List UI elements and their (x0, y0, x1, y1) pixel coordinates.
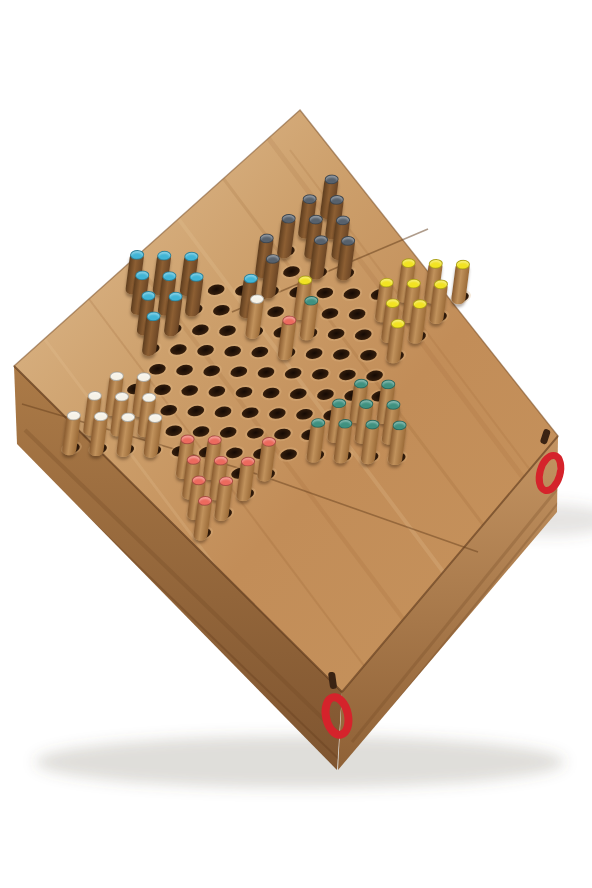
peg-top-green (303, 295, 318, 305)
peg-top-red (240, 456, 255, 466)
peg-top-blue (156, 250, 171, 260)
board-hole (278, 449, 298, 460)
peg-top-green (337, 418, 352, 428)
board-hole (190, 324, 210, 335)
board-hole (288, 388, 308, 399)
board-hole (223, 346, 243, 357)
board-hole (201, 365, 221, 376)
peg-top-green (353, 378, 368, 388)
board-hole (320, 308, 340, 319)
board-hole (331, 349, 351, 360)
peg-top-gray (335, 215, 350, 225)
peg-top-gray (324, 174, 339, 184)
peg-top-green (392, 420, 407, 430)
peg-top-white (136, 372, 151, 382)
board-hole (206, 284, 226, 295)
peg-top-yellow (412, 299, 427, 309)
board-hole (174, 365, 194, 376)
peg-top-white (147, 413, 162, 423)
board-hole (250, 346, 270, 357)
peg-top-yellow (428, 258, 443, 268)
peg-top-green (364, 419, 379, 429)
board-hole (240, 407, 260, 418)
board-hole (304, 348, 324, 359)
board-hole (180, 385, 200, 396)
hole-cell-r16c0 (185, 523, 220, 544)
peg-top-yellow (401, 258, 416, 268)
board-hole (341, 288, 361, 299)
board-hole (211, 305, 231, 316)
board-shadow (35, 736, 565, 788)
peg-top-red (197, 495, 212, 505)
board-hole (185, 406, 205, 417)
peg-top-white (93, 411, 108, 421)
peg-top-red (186, 454, 201, 464)
peg-top-blue (129, 249, 144, 259)
board-hole (217, 325, 237, 336)
board-hole (207, 386, 227, 397)
board-hole (283, 368, 303, 379)
board-hole (358, 350, 378, 361)
peg-top-yellow (385, 298, 400, 308)
board-hole (168, 344, 188, 355)
peg-top-red (213, 455, 228, 465)
board-hole (234, 387, 254, 398)
peg-top-gray (265, 253, 280, 263)
peg-top-yellow (455, 259, 470, 269)
peg-top-green (310, 417, 325, 427)
board-hole (353, 329, 373, 340)
peg-top-white (109, 371, 124, 381)
board-hole (212, 406, 232, 417)
peg-top-gray (308, 214, 323, 224)
board-hole (267, 408, 287, 419)
board-hole (255, 367, 275, 378)
peg-top-blue (140, 290, 155, 300)
board-hole (261, 387, 281, 398)
peg-top-white (120, 412, 135, 422)
board-hole (347, 309, 367, 320)
peg-top-white (249, 294, 264, 304)
peg-top-blue (168, 291, 183, 301)
board-hole (228, 366, 248, 377)
board-hole (195, 345, 215, 356)
peg-top-white (66, 410, 81, 420)
peg-top-green (380, 379, 395, 389)
peg-top-blue (183, 251, 198, 261)
board-hole (326, 328, 346, 339)
peg-top-gray (281, 213, 296, 223)
product-photo (0, 0, 592, 888)
board-hole (310, 369, 330, 380)
